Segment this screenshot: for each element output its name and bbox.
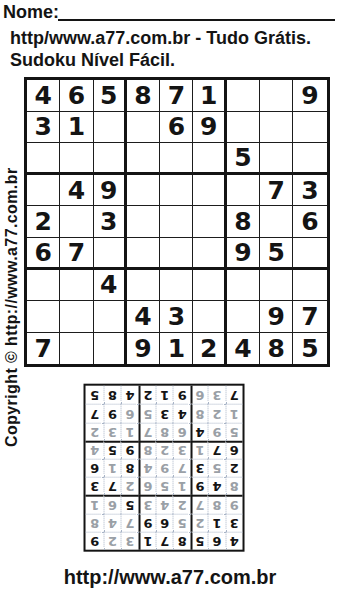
cell-r6c8: 5 (260, 238, 293, 270)
cell-r9c7: 4 (227, 333, 260, 365)
cell-r1c7 (227, 80, 260, 112)
cell-r5c6 (193, 206, 226, 238)
cell-r8c3 (94, 301, 127, 333)
solution-cell-r1c6: 1 (138, 532, 155, 550)
solution-cell-r8c5: 3 (156, 404, 173, 422)
footer-url: http://www.a77.com.br (0, 566, 340, 589)
solution-cell-r1c8: 2 (103, 532, 120, 550)
solution-cell-r7c6: 7 (138, 422, 155, 440)
name-row: Nome: (3, 2, 337, 22)
cell-r7c1 (27, 270, 60, 302)
solution-cell-r3c7: 5 (121, 495, 138, 513)
solution-cell-r6c4: 3 (173, 441, 190, 459)
cell-r7c2 (60, 270, 93, 302)
solution-cell-r2c1: 3 (225, 513, 242, 531)
cell-r6c1: 6 (27, 238, 60, 270)
solution-cell-r3c5: 4 (156, 495, 173, 513)
cell-r4c6 (193, 175, 226, 207)
cell-r3c9 (293, 143, 326, 175)
cell-r7c9 (293, 270, 326, 302)
cell-r2c4 (127, 112, 160, 144)
cell-r5c3: 3 (94, 206, 127, 238)
solution-cell-r7c4: 6 (173, 422, 190, 440)
solution-cell-r7c5: 8 (156, 422, 173, 440)
cell-r4c1 (27, 175, 60, 207)
solution-cell-r9c5: 1 (156, 386, 173, 404)
cell-r5c4 (127, 206, 160, 238)
cell-r7c5 (160, 270, 193, 302)
cell-r4c5 (160, 175, 193, 207)
cell-r3c3 (94, 143, 127, 175)
solution-cell-r6c7: 9 (121, 441, 138, 459)
solution-cell-r3c2: 8 (208, 495, 225, 513)
cell-r3c1 (27, 143, 60, 175)
cell-r4c8: 7 (260, 175, 293, 207)
solution-cell-r4c9: 3 (86, 477, 103, 495)
solution-grid-upside-down: 4658713293125697489872435618491562732537… (84, 384, 245, 552)
solution-cell-r8c7: 6 (121, 404, 138, 422)
cell-r5c5 (160, 206, 193, 238)
cell-r6c3 (94, 238, 127, 270)
solution-cell-r3c8: 6 (103, 495, 120, 513)
cell-r5c9: 6 (293, 206, 326, 238)
cell-r2c5: 6 (160, 112, 193, 144)
solution-cell-r2c9: 8 (86, 513, 103, 531)
cell-r7c7 (227, 270, 260, 302)
solution-cell-r7c2: 9 (208, 422, 225, 440)
cell-r7c4 (127, 270, 160, 302)
solution-cell-r6c2: 7 (208, 441, 225, 459)
cell-r2c8 (260, 112, 293, 144)
solution-cell-r9c1: 7 (225, 386, 242, 404)
solution-cell-r4c7: 2 (121, 477, 138, 495)
solution-cell-r9c8: 8 (103, 386, 120, 404)
cell-r1c8 (260, 80, 293, 112)
solution-cell-r4c4: 1 (173, 477, 190, 495)
name-blank-line (58, 19, 335, 21)
solution-cell-r9c2: 3 (208, 386, 225, 404)
cell-r7c8 (260, 270, 293, 302)
solution-cell-r5c3: 3 (190, 459, 207, 477)
cell-r2c7 (227, 112, 260, 144)
cell-r5c7: 8 (227, 206, 260, 238)
name-label: Nome: (3, 2, 59, 23)
solution-cell-r6c8: 5 (103, 441, 120, 459)
cell-r1c6: 1 (193, 80, 226, 112)
cell-r9c1: 7 (27, 333, 60, 365)
cell-r6c6 (193, 238, 226, 270)
solution-cell-r8c1: 1 (225, 404, 242, 422)
cell-r8c1 (27, 301, 60, 333)
solution-cell-r4c6: 6 (138, 477, 155, 495)
cell-r6c2: 7 (60, 238, 93, 270)
cell-r2c9 (293, 112, 326, 144)
cell-r9c6: 2 (193, 333, 226, 365)
solution-cell-r4c2: 4 (208, 477, 225, 495)
cell-r1c9: 9 (293, 80, 326, 112)
solution-cell-r8c2: 2 (208, 404, 225, 422)
solution-cell-r3c6: 3 (138, 495, 155, 513)
solution-cell-r7c9: 2 (86, 422, 103, 440)
solution-cell-r5c4: 7 (173, 459, 190, 477)
cell-r6c7: 9 (227, 238, 260, 270)
cell-r8c8: 9 (260, 301, 293, 333)
solution-cell-r1c5: 7 (156, 532, 173, 550)
cell-r3c8 (260, 143, 293, 175)
solution-cell-r7c1: 5 (225, 422, 242, 440)
cell-r4c2: 4 (60, 175, 93, 207)
solution-cell-r2c7: 7 (121, 513, 138, 531)
cell-r4c7 (227, 175, 260, 207)
solution-cell-r5c2: 5 (208, 459, 225, 477)
solution-cell-r6c1: 6 (225, 441, 242, 459)
cell-r1c2: 6 (60, 80, 93, 112)
solution-cell-r7c7: 1 (121, 422, 138, 440)
solution-cell-r1c9: 9 (86, 532, 103, 550)
cell-r3c5 (160, 143, 193, 175)
cell-r8c9: 7 (293, 301, 326, 333)
solution-cell-r5c5: 9 (156, 459, 173, 477)
solution-cell-r6c6: 8 (138, 441, 155, 459)
cell-r5c8 (260, 206, 293, 238)
cell-r5c2 (60, 206, 93, 238)
solution-cell-r9c3: 6 (190, 386, 207, 404)
solution-cell-r5c7: 8 (121, 459, 138, 477)
solution-cell-r3c4: 2 (173, 495, 190, 513)
solution-cell-r4c8: 7 (103, 477, 120, 495)
solution-cell-r8c8: 9 (103, 404, 120, 422)
cell-r3c2 (60, 143, 93, 175)
solution-cell-r9c6: 2 (138, 386, 155, 404)
solution-cell-r3c1: 9 (225, 495, 242, 513)
solution-cell-r2c6: 9 (138, 513, 155, 531)
cell-r3c6 (193, 143, 226, 175)
cell-r9c9: 5 (293, 333, 326, 365)
cell-r9c4: 9 (127, 333, 160, 365)
cell-r9c3 (94, 333, 127, 365)
cell-r8c7 (227, 301, 260, 333)
cell-r8c4: 4 (127, 301, 160, 333)
cell-r7c6 (193, 270, 226, 302)
solution-cell-r4c1: 8 (225, 477, 242, 495)
copyright-vertical-text: Copyright © http://www.a77.com.br (3, 83, 21, 447)
solution-cell-r7c3: 4 (190, 422, 207, 440)
solution-cell-r2c2: 1 (208, 513, 225, 531)
solution-cell-r7c8: 3 (103, 422, 120, 440)
cell-r8c2 (60, 301, 93, 333)
solution-cell-r9c7: 4 (121, 386, 138, 404)
cell-r6c5 (160, 238, 193, 270)
cell-r1c5: 7 (160, 80, 193, 112)
solution-cell-r2c3: 2 (190, 513, 207, 531)
cell-r5c1: 2 (27, 206, 60, 238)
cell-r6c9 (293, 238, 326, 270)
solution-cell-r4c3: 9 (190, 477, 207, 495)
solution-cell-r1c7: 3 (121, 532, 138, 550)
cell-r1c4: 8 (127, 80, 160, 112)
solution-cell-r2c4: 5 (173, 513, 190, 531)
puzzle-title: Sudoku Nível Fácil. (10, 50, 175, 71)
cell-r2c3 (94, 112, 127, 144)
cell-r1c3: 5 (94, 80, 127, 112)
solution-cell-r8c6: 5 (138, 404, 155, 422)
printable-sudoku-page: Nome: http/www.a77.com.br - Tudo Grátis.… (0, 0, 340, 596)
solution-cell-r3c3: 7 (190, 495, 207, 513)
cell-r4c3: 9 (94, 175, 127, 207)
solution-cell-r9c4: 9 (173, 386, 190, 404)
cell-r9c8: 8 (260, 333, 293, 365)
site-header: http/www.a77.com.br - Tudo Grátis. (10, 28, 311, 49)
solution-cell-r8c9: 7 (86, 404, 103, 422)
sudoku-grid: 465871931695497323866795443977912485 (24, 77, 330, 367)
cell-r8c5: 3 (160, 301, 193, 333)
cell-r1c1: 4 (27, 80, 60, 112)
solution-cell-r8c3: 8 (190, 404, 207, 422)
cell-r9c5: 1 (160, 333, 193, 365)
cell-r7c3: 4 (94, 270, 127, 302)
cell-r4c9: 3 (293, 175, 326, 207)
solution-cell-r3c9: 1 (86, 495, 103, 513)
solution-cell-r2c8: 4 (103, 513, 120, 531)
cell-r2c2: 1 (60, 112, 93, 144)
solution-cell-r2c5: 6 (156, 513, 173, 531)
solution-cell-r1c4: 8 (173, 532, 190, 550)
cell-r3c4 (127, 143, 160, 175)
cell-r3c7: 5 (227, 143, 260, 175)
solution-cell-r5c1: 2 (225, 459, 242, 477)
solution-cell-r6c5: 2 (156, 441, 173, 459)
cell-r9c2 (60, 333, 93, 365)
solution-cell-r4c5: 5 (156, 477, 173, 495)
cell-r2c6: 9 (193, 112, 226, 144)
solution-cell-r8c4: 4 (173, 404, 190, 422)
solution-cell-r5c8: 1 (103, 459, 120, 477)
cell-r8c6 (193, 301, 226, 333)
cell-r2c1: 3 (27, 112, 60, 144)
cell-r4c4 (127, 175, 160, 207)
solution-cell-r9c9: 5 (86, 386, 103, 404)
solution-cell-r5c9: 6 (86, 459, 103, 477)
solution-cell-r5c6: 4 (138, 459, 155, 477)
solution-cell-r6c3: 1 (190, 441, 207, 459)
solution-cell-r1c1: 4 (225, 532, 242, 550)
solution-cell-r1c2: 6 (208, 532, 225, 550)
solution-cell-r1c3: 5 (190, 532, 207, 550)
solution-cell-r6c9: 4 (86, 441, 103, 459)
cell-r6c4 (127, 238, 160, 270)
